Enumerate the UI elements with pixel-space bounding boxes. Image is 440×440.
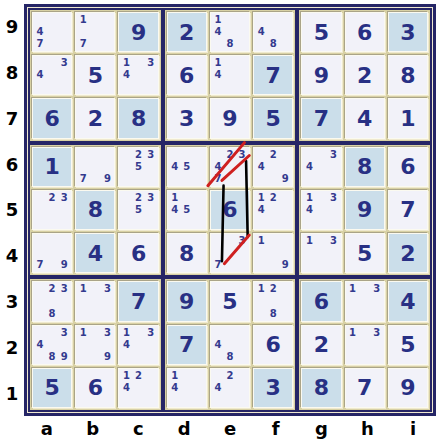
cell-h1[interactable]: 7	[345, 368, 385, 408]
candidate-3: 3	[101, 283, 113, 295]
empty-slot	[58, 38, 70, 50]
cell-c2[interactable]: 134	[118, 325, 158, 365]
candidate-4: 4	[303, 204, 315, 216]
empty-slot	[133, 69, 145, 81]
candidate-5: 5	[133, 204, 145, 216]
candidate-4: 4	[34, 69, 46, 81]
candidate-4: 4	[255, 26, 267, 38]
empty-slot	[279, 26, 291, 38]
candidate-2: 2	[133, 149, 145, 161]
row-label-6: 6	[0, 141, 24, 187]
empty-slot	[89, 339, 101, 351]
cell-e7[interactable]: 9	[210, 98, 250, 138]
empty-slot	[46, 14, 58, 26]
cell-f8[interactable]: 7	[253, 55, 293, 95]
empty-slot	[267, 161, 279, 173]
candidate-1: 1	[120, 327, 132, 339]
candidates: 79	[77, 149, 113, 185]
empty-slot	[34, 57, 46, 69]
empty-slot	[181, 149, 193, 161]
empty-slot	[145, 394, 157, 406]
cell-value: 3	[168, 99, 206, 137]
empty-slot	[267, 295, 279, 307]
empty-slot	[169, 216, 181, 228]
candidates: 124	[120, 370, 156, 406]
candidate-7: 7	[212, 173, 224, 185]
empty-slot	[46, 327, 58, 339]
empty-slot	[224, 327, 236, 339]
candidate-3: 3	[371, 283, 383, 295]
col-label-d: d	[161, 416, 207, 440]
row-label-8: 8	[0, 50, 24, 96]
cell-a2[interactable]: 3489	[32, 325, 72, 365]
empty-slot	[133, 173, 145, 185]
candidates: 48	[255, 14, 291, 50]
cell-f4[interactable]: 19	[253, 233, 293, 273]
empty-slot	[120, 81, 132, 93]
empty-slot	[145, 216, 157, 228]
cell-h6[interactable]: 8	[345, 147, 385, 187]
empty-slot	[46, 38, 58, 50]
empty-slot	[101, 149, 113, 161]
empty-slot	[267, 216, 279, 228]
cell-value: 7	[119, 282, 157, 320]
candidate-4: 4	[255, 161, 267, 173]
cell-value: 6	[76, 369, 114, 407]
cell-b4[interactable]: 4	[75, 233, 115, 273]
empty-slot	[34, 216, 46, 228]
empty-slot	[193, 173, 205, 185]
empty-slot	[46, 69, 58, 81]
empty-slot	[58, 307, 70, 319]
empty-slot	[212, 38, 224, 50]
empty-slot	[347, 351, 359, 363]
empty-slot	[371, 295, 383, 307]
empty-slot	[224, 173, 236, 185]
empty-slot	[120, 351, 132, 363]
candidate-1: 1	[303, 235, 315, 247]
cell-d7[interactable]: 3	[167, 98, 207, 138]
cell-c1[interactable]: 124	[118, 368, 158, 408]
candidate-1: 1	[255, 283, 267, 295]
cell-d8[interactable]: 6	[167, 55, 207, 95]
candidate-1: 1	[212, 57, 224, 69]
cell-value: 5	[346, 234, 384, 272]
cell-c3[interactable]: 7	[118, 281, 158, 321]
candidate-3: 3	[327, 149, 339, 161]
empty-slot	[34, 192, 46, 204]
cell-d1[interactable]: 14	[167, 368, 207, 408]
empty-slot	[34, 14, 46, 26]
empty-slot	[181, 192, 193, 204]
candidate-4: 4	[120, 69, 132, 81]
empty-slot	[359, 295, 371, 307]
column-labels: abcdefghi	[24, 416, 436, 440]
empty-slot	[255, 14, 267, 26]
cell-a9[interactable]: 47	[32, 12, 72, 52]
cell-i2[interactable]: 5	[388, 325, 428, 365]
empty-slot	[169, 394, 181, 406]
cell-h8[interactable]: 2	[345, 55, 385, 95]
cell-c7[interactable]: 8	[118, 98, 158, 138]
cell-b8[interactable]: 5	[75, 55, 115, 95]
cell-value: 7	[302, 99, 340, 137]
candidate-4: 4	[255, 204, 267, 216]
empty-slot	[371, 351, 383, 363]
cell-d3[interactable]: 9	[167, 281, 207, 321]
candidate-8: 8	[46, 307, 58, 319]
cell-e6[interactable]: 2347	[210, 147, 250, 187]
cell-value: 4	[346, 99, 384, 137]
empty-slot	[120, 216, 132, 228]
empty-slot	[46, 295, 58, 307]
empty-slot	[224, 26, 236, 38]
cell-a4[interactable]: 79	[32, 233, 72, 273]
cell-b1[interactable]: 6	[75, 368, 115, 408]
candidates: 45	[169, 149, 205, 185]
cell-d5[interactable]: 145	[167, 190, 207, 230]
cell-value: 8	[76, 191, 114, 229]
empty-slot	[371, 307, 383, 319]
cell-e1[interactable]: 24	[210, 368, 250, 408]
empty-slot	[145, 173, 157, 185]
empty-slot	[267, 173, 279, 185]
cell-i6[interactable]: 6	[388, 147, 428, 187]
cell-f7[interactable]: 5	[253, 98, 293, 138]
cell-a7[interactable]: 6	[32, 98, 72, 138]
empty-slot	[279, 235, 291, 247]
candidate-7: 7	[77, 38, 89, 50]
box-1-1: 452347249145612483719	[163, 143, 298, 278]
row-label-3: 3	[0, 279, 24, 325]
candidate-3: 3	[327, 192, 339, 204]
cell-f2[interactable]: 6	[253, 325, 293, 365]
cell-value: 5	[389, 326, 427, 364]
empty-slot	[46, 247, 58, 259]
cell-value: 5	[33, 369, 71, 407]
empty-slot	[101, 161, 113, 173]
empty-slot	[212, 327, 224, 339]
empty-slot	[58, 247, 70, 259]
cell-h3[interactable]: 13	[345, 281, 385, 321]
empty-slot	[58, 216, 70, 228]
candidates: 3489	[34, 327, 70, 363]
candidate-3: 3	[145, 327, 157, 339]
empty-slot	[315, 235, 327, 247]
empty-slot	[279, 14, 291, 26]
empty-slot	[236, 69, 248, 81]
candidates: 19	[255, 235, 291, 271]
cell-i7[interactable]: 1	[388, 98, 428, 138]
empty-slot	[193, 370, 205, 382]
empty-slot	[101, 295, 113, 307]
cell-g4[interactable]: 13	[301, 233, 341, 273]
cell-g1[interactable]: 8	[301, 368, 341, 408]
empty-slot	[255, 259, 267, 271]
candidate-7: 7	[212, 259, 224, 271]
candidate-4: 4	[34, 26, 46, 38]
candidates: 128	[255, 283, 291, 319]
empty-slot	[236, 259, 248, 271]
candidate-2: 2	[267, 283, 279, 295]
cell-b3[interactable]: 13	[75, 281, 115, 321]
cell-i4[interactable]: 2	[388, 233, 428, 273]
empty-slot	[224, 57, 236, 69]
empty-slot	[224, 69, 236, 81]
cell-c8[interactable]: 134	[118, 55, 158, 95]
cell-g5[interactable]: 134	[301, 190, 341, 230]
empty-slot	[101, 14, 113, 26]
empty-slot	[315, 204, 327, 216]
candidate-8: 8	[267, 38, 279, 50]
empty-slot	[89, 149, 101, 161]
empty-slot	[315, 149, 327, 161]
cell-value: 8	[168, 234, 206, 272]
empty-slot	[236, 57, 248, 69]
cell-f9[interactable]: 48	[253, 12, 293, 52]
candidate-1: 1	[120, 370, 132, 382]
empty-slot	[279, 283, 291, 295]
candidate-1: 1	[347, 283, 359, 295]
cell-a8[interactable]: 34	[32, 55, 72, 95]
cell-value: 4	[389, 282, 427, 320]
cell-e5[interactable]: 6	[210, 190, 250, 230]
empty-slot	[371, 339, 383, 351]
empty-slot	[359, 351, 371, 363]
cell-value: 9	[168, 282, 206, 320]
candidate-7: 7	[77, 173, 89, 185]
empty-slot	[236, 394, 248, 406]
empty-slot	[34, 283, 46, 295]
empty-slot	[236, 26, 248, 38]
empty-slot	[34, 307, 46, 319]
candidate-9: 9	[279, 259, 291, 271]
empty-slot	[77, 161, 89, 173]
empty-slot	[347, 339, 359, 351]
row-label-7: 7	[0, 96, 24, 142]
empty-slot	[327, 204, 339, 216]
cell-h5[interactable]: 9	[345, 190, 385, 230]
cell-g6[interactable]: 34	[301, 147, 341, 187]
row-labels: 987654321	[0, 4, 24, 416]
candidate-2: 2	[46, 192, 58, 204]
empty-slot	[77, 307, 89, 319]
cell-g7[interactable]: 7	[301, 98, 341, 138]
cell-i1[interactable]: 9	[388, 368, 428, 408]
cell-h4[interactable]: 5	[345, 233, 385, 273]
cell-i9[interactable]: 3	[388, 12, 428, 52]
empty-slot	[34, 295, 46, 307]
empty-slot	[279, 307, 291, 319]
candidates: 34	[34, 57, 70, 93]
empty-slot	[169, 149, 181, 161]
empty-slot	[236, 14, 248, 26]
empty-slot	[315, 247, 327, 259]
candidates: 2347	[212, 149, 248, 185]
candidates: 235	[120, 192, 156, 228]
candidate-4: 4	[212, 382, 224, 394]
empty-slot	[133, 382, 145, 394]
cell-value: 2	[389, 234, 427, 272]
cell-f6[interactable]: 249	[253, 147, 293, 187]
empty-slot	[58, 235, 70, 247]
candidate-1: 1	[169, 192, 181, 204]
candidates: 238	[34, 283, 70, 319]
candidate-1: 1	[77, 327, 89, 339]
cell-value: 5	[211, 282, 249, 320]
cell-e4[interactable]: 37	[210, 233, 250, 273]
empty-slot	[255, 247, 267, 259]
candidate-3: 3	[371, 327, 383, 339]
empty-slot	[89, 295, 101, 307]
cell-h7[interactable]: 4	[345, 98, 385, 138]
candidate-1: 1	[169, 370, 181, 382]
empty-slot	[236, 38, 248, 50]
empty-slot	[58, 339, 70, 351]
cell-d4[interactable]: 8	[167, 233, 207, 273]
cell-c9[interactable]: 9	[118, 12, 158, 52]
empty-slot	[315, 161, 327, 173]
cell-h2[interactable]: 13	[345, 325, 385, 365]
candidate-3: 3	[236, 149, 248, 161]
cell-e9[interactable]: 148	[210, 12, 250, 52]
empty-slot	[120, 149, 132, 161]
cell-e2[interactable]: 48	[210, 325, 250, 365]
col-label-i: i	[390, 416, 436, 440]
empty-slot	[347, 295, 359, 307]
candidates: 145	[169, 192, 205, 228]
cell-c4[interactable]: 6	[118, 233, 158, 273]
cell-b5[interactable]: 8	[75, 190, 115, 230]
empty-slot	[236, 247, 248, 259]
cell-a3[interactable]: 238	[32, 281, 72, 321]
cell-f1[interactable]: 3	[253, 368, 293, 408]
cell-c6[interactable]: 235	[118, 147, 158, 187]
candidates: 148	[212, 14, 248, 50]
empty-slot	[224, 161, 236, 173]
cell-value: 6	[211, 191, 249, 229]
cell-i3[interactable]: 4	[388, 281, 428, 321]
cell-b6[interactable]: 79	[75, 147, 115, 187]
box-2-1: 95128748614243	[163, 277, 298, 412]
empty-slot	[255, 173, 267, 185]
empty-slot	[212, 394, 224, 406]
empty-slot	[120, 204, 132, 216]
box-2-0: 238137348913913456124	[28, 277, 163, 412]
cell-b7[interactable]: 2	[75, 98, 115, 138]
empty-slot	[133, 351, 145, 363]
cell-f3[interactable]: 128	[253, 281, 293, 321]
box-1-2: 3486134971352	[297, 143, 432, 278]
empty-slot	[34, 327, 46, 339]
candidate-3: 3	[327, 235, 339, 247]
cell-i8[interactable]: 8	[388, 55, 428, 95]
empty-slot	[359, 307, 371, 319]
cell-e8[interactable]: 14	[210, 55, 250, 95]
cell-g8[interactable]: 9	[301, 55, 341, 95]
cell-c5[interactable]: 235	[118, 190, 158, 230]
candidate-3: 3	[58, 283, 70, 295]
candidates: 47	[34, 14, 70, 50]
cell-g3[interactable]: 6	[301, 281, 341, 321]
empty-slot	[359, 327, 371, 339]
candidates: 37	[212, 235, 248, 271]
cell-value: 7	[389, 191, 427, 229]
candidate-4: 4	[120, 339, 132, 351]
col-label-a: a	[24, 416, 70, 440]
cell-g9[interactable]: 5	[301, 12, 341, 52]
cell-value: 8	[389, 56, 427, 94]
cell-d2[interactable]: 7	[167, 325, 207, 365]
cell-a6[interactable]: 1	[32, 147, 72, 187]
empty-slot	[133, 394, 145, 406]
cell-value: 5	[302, 13, 340, 51]
empty-slot	[193, 204, 205, 216]
cell-i5[interactable]: 7	[388, 190, 428, 230]
candidates: 13	[347, 283, 383, 319]
empty-slot	[145, 161, 157, 173]
candidate-9: 9	[58, 351, 70, 363]
empty-slot	[267, 247, 279, 259]
empty-slot	[89, 283, 101, 295]
cell-d6[interactable]: 45	[167, 147, 207, 187]
empty-slot	[133, 327, 145, 339]
empty-slot	[327, 161, 339, 173]
cell-g2[interactable]: 2	[301, 325, 341, 365]
cell-d9[interactable]: 2	[167, 12, 207, 52]
cell-a5[interactable]: 23	[32, 190, 72, 230]
cell-b9[interactable]: 17	[75, 12, 115, 52]
candidate-5: 5	[181, 204, 193, 216]
candidates: 134	[120, 327, 156, 363]
cell-value: 1	[33, 148, 71, 186]
col-label-f: f	[253, 416, 299, 440]
empty-slot	[236, 81, 248, 93]
cell-e3[interactable]: 5	[210, 281, 250, 321]
empty-slot	[279, 247, 291, 259]
empty-slot	[255, 216, 267, 228]
cell-value: 6	[346, 13, 384, 51]
box-0-1: 2148486147395	[163, 8, 298, 143]
candidates: 13	[347, 327, 383, 363]
empty-slot	[193, 394, 205, 406]
candidates: 79	[34, 235, 70, 271]
empty-slot	[58, 81, 70, 93]
empty-slot	[279, 216, 291, 228]
cell-h9[interactable]: 6	[345, 12, 385, 52]
empty-slot	[279, 204, 291, 216]
box-0-0: 47179345134628	[28, 8, 163, 143]
cell-value: 2	[76, 99, 114, 137]
cell-value: 6	[254, 326, 292, 364]
cell-b2[interactable]: 139	[75, 325, 115, 365]
cell-value: 9	[389, 369, 427, 407]
empty-slot	[133, 57, 145, 69]
candidate-3: 3	[58, 192, 70, 204]
empty-slot	[236, 161, 248, 173]
empty-slot	[145, 81, 157, 93]
cell-a1[interactable]: 5	[32, 368, 72, 408]
candidate-5: 5	[133, 161, 145, 173]
candidate-2: 2	[224, 370, 236, 382]
candidate-1: 1	[255, 192, 267, 204]
candidate-2: 2	[133, 192, 145, 204]
candidate-2: 2	[224, 149, 236, 161]
candidate-7: 7	[34, 38, 46, 50]
cell-f5[interactable]: 124	[253, 190, 293, 230]
empty-slot	[303, 216, 315, 228]
empty-slot	[193, 149, 205, 161]
